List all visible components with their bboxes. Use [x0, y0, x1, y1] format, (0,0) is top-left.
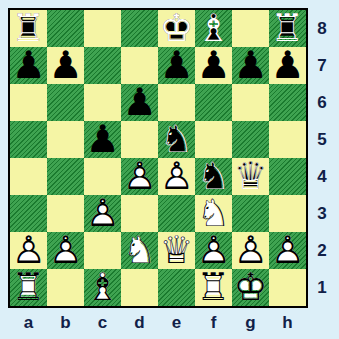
square-a7[interactable]: ♟ [10, 47, 47, 84]
square-g7[interactable]: ♟ [232, 47, 269, 84]
square-a6[interactable] [10, 84, 47, 121]
square-e7[interactable]: ♟ [158, 47, 195, 84]
file-label-a: a [10, 311, 47, 335]
square-f4[interactable]: ♞♘ [195, 158, 232, 195]
black-pawn-h7[interactable]: ♟ [269, 47, 306, 84]
square-b6[interactable] [47, 84, 84, 121]
square-c8[interactable] [84, 10, 121, 47]
black-knight-e5[interactable]: ♞♘ [158, 121, 195, 158]
white-pawn-g2[interactable]: ♟♙ [232, 232, 269, 269]
square-e2[interactable]: ♛♕ [158, 232, 195, 269]
square-c6[interactable] [84, 84, 121, 121]
square-d2[interactable]: ♞♘ [121, 232, 158, 269]
white-king-g1[interactable]: ♚♔ [232, 269, 269, 306]
square-e8[interactable]: ♚♔ [158, 10, 195, 47]
square-e4[interactable]: ♟♙ [158, 158, 195, 195]
square-b4[interactable] [47, 158, 84, 195]
chess-board: ♜♖♚♔♝♗♜♖♟♟♟♟♟♟♟♟♞♘♟♙♟♙♞♘♛♕♟♙♞♘♟♙♟♙♞♘♛♕♟♙… [8, 8, 308, 308]
square-b3[interactable] [47, 195, 84, 232]
black-pawn-f7[interactable]: ♟ [195, 47, 232, 84]
square-h4[interactable] [269, 158, 306, 195]
square-h7[interactable]: ♟ [269, 47, 306, 84]
square-h1[interactable] [269, 269, 306, 306]
black-pawn-c5[interactable]: ♟ [84, 121, 121, 158]
white-knight-d2[interactable]: ♞♘ [121, 232, 158, 269]
black-queen-g4[interactable]: ♛♕ [232, 158, 269, 195]
square-a1[interactable]: ♜♖ [10, 269, 47, 306]
file-label-f: f [195, 311, 232, 335]
square-f8[interactable]: ♝♗ [195, 10, 232, 47]
square-f3[interactable]: ♞♘ [195, 195, 232, 232]
white-pawn-b2[interactable]: ♟♙ [47, 232, 84, 269]
square-a8[interactable]: ♜♖ [10, 10, 47, 47]
square-c7[interactable] [84, 47, 121, 84]
rank-label-4: 4 [309, 158, 335, 195]
square-b5[interactable] [47, 121, 84, 158]
white-queen-e2[interactable]: ♛♕ [158, 232, 195, 269]
square-g5[interactable] [232, 121, 269, 158]
square-e1[interactable] [158, 269, 195, 306]
square-d1[interactable] [121, 269, 158, 306]
white-pawn-c3[interactable]: ♟♙ [84, 195, 121, 232]
square-d7[interactable] [121, 47, 158, 84]
square-h2[interactable]: ♟♙ [269, 232, 306, 269]
file-label-h: h [269, 311, 306, 335]
white-pawn-a2[interactable]: ♟♙ [10, 232, 47, 269]
black-rook-a8[interactable]: ♜♖ [10, 10, 47, 47]
black-king-e8[interactable]: ♚♔ [158, 10, 195, 47]
square-e3[interactable] [158, 195, 195, 232]
black-pawn-b7[interactable]: ♟ [47, 47, 84, 84]
rank-labels: 87654321 [309, 10, 335, 306]
square-c3[interactable]: ♟♙ [84, 195, 121, 232]
square-h5[interactable] [269, 121, 306, 158]
square-c1[interactable]: ♝♗ [84, 269, 121, 306]
black-pawn-g7[interactable]: ♟ [232, 47, 269, 84]
square-c2[interactable] [84, 232, 121, 269]
square-d5[interactable] [121, 121, 158, 158]
square-f5[interactable] [195, 121, 232, 158]
square-g1[interactable]: ♚♔ [232, 269, 269, 306]
square-b1[interactable] [47, 269, 84, 306]
square-g8[interactable] [232, 10, 269, 47]
file-label-c: c [84, 311, 121, 335]
rank-label-8: 8 [309, 10, 335, 47]
black-pawn-a7[interactable]: ♟ [10, 47, 47, 84]
black-pawn-e7[interactable]: ♟ [158, 47, 195, 84]
square-c5[interactable]: ♟ [84, 121, 121, 158]
black-knight-f4[interactable]: ♞♘ [195, 158, 232, 195]
white-pawn-h2[interactable]: ♟♙ [269, 232, 306, 269]
square-a4[interactable] [10, 158, 47, 195]
black-bishop-f8[interactable]: ♝♗ [195, 10, 232, 47]
square-c4[interactable] [84, 158, 121, 195]
black-pawn-d6[interactable]: ♟ [121, 84, 158, 121]
square-h3[interactable] [269, 195, 306, 232]
file-label-e: e [158, 311, 195, 335]
square-g2[interactable]: ♟♙ [232, 232, 269, 269]
white-knight-f3[interactable]: ♞♘ [195, 195, 232, 232]
white-pawn-e4[interactable]: ♟♙ [158, 158, 195, 195]
file-label-g: g [232, 311, 269, 335]
rank-label-2: 2 [309, 232, 335, 269]
square-e6[interactable] [158, 84, 195, 121]
square-b8[interactable] [47, 10, 84, 47]
square-f2[interactable]: ♟♙ [195, 232, 232, 269]
square-e5[interactable]: ♞♘ [158, 121, 195, 158]
square-d4[interactable]: ♟♙ [121, 158, 158, 195]
rank-label-7: 7 [309, 47, 335, 84]
square-f1[interactable]: ♜♖ [195, 269, 232, 306]
rank-label-6: 6 [309, 84, 335, 121]
rank-label-1: 1 [309, 269, 335, 306]
white-rook-a1[interactable]: ♜♖ [10, 269, 47, 306]
square-d8[interactable] [121, 10, 158, 47]
black-rook-h8[interactable]: ♜♖ [269, 10, 306, 47]
white-rook-f1[interactable]: ♜♖ [195, 269, 232, 306]
white-pawn-d4[interactable]: ♟♙ [121, 158, 158, 195]
rank-label-5: 5 [309, 121, 335, 158]
chess-program-window: ♜♖♚♔♝♗♜♖♟♟♟♟♟♟♟♟♞♘♟♙♟♙♞♘♛♕♟♙♞♘♟♙♟♙♞♘♛♕♟♙… [0, 0, 339, 339]
rank-label-3: 3 [309, 195, 335, 232]
white-pawn-f2[interactable]: ♟♙ [195, 232, 232, 269]
white-bishop-c1[interactable]: ♝♗ [84, 269, 121, 306]
file-label-d: d [121, 311, 158, 335]
file-label-b: b [47, 311, 84, 335]
square-h6[interactable] [269, 84, 306, 121]
square-f6[interactable] [195, 84, 232, 121]
square-a3[interactable] [10, 195, 47, 232]
square-h8[interactable]: ♜♖ [269, 10, 306, 47]
square-a2[interactable]: ♟♙ [10, 232, 47, 269]
square-f7[interactable]: ♟ [195, 47, 232, 84]
square-b2[interactable]: ♟♙ [47, 232, 84, 269]
square-g3[interactable] [232, 195, 269, 232]
square-a5[interactable] [10, 121, 47, 158]
square-b7[interactable]: ♟ [47, 47, 84, 84]
file-labels: abcdefgh [10, 311, 306, 335]
square-d6[interactable]: ♟ [121, 84, 158, 121]
square-g4[interactable]: ♛♕ [232, 158, 269, 195]
square-d3[interactable] [121, 195, 158, 232]
square-g6[interactable] [232, 84, 269, 121]
